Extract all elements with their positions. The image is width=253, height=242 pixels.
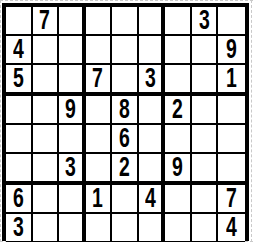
cell-r3c8[interactable] xyxy=(192,65,219,96)
cell-r7c4[interactable]: 1 xyxy=(86,185,113,214)
cell-r4c9[interactable] xyxy=(218,96,245,125)
cell-r5c6[interactable] xyxy=(139,125,166,154)
cell-r5c8[interactable] xyxy=(192,125,219,154)
cell-r4c4[interactable] xyxy=(86,96,113,125)
cell-r3c6[interactable]: 3 xyxy=(139,65,166,96)
cell-r8c9[interactable]: 4 xyxy=(218,214,245,242)
given-digit: 7 xyxy=(93,65,104,92)
cell-r6c6[interactable] xyxy=(139,154,166,185)
cell-r7c3[interactable] xyxy=(59,185,86,214)
cell-r6c5[interactable]: 2 xyxy=(112,154,139,185)
cell-r3c3[interactable] xyxy=(59,65,86,96)
cell-r2c8[interactable] xyxy=(192,36,219,65)
given-digit: 1 xyxy=(93,185,104,212)
cell-r4c1[interactable] xyxy=(6,96,33,125)
cell-r5c2[interactable] xyxy=(33,125,60,154)
cell-r3c9[interactable]: 1 xyxy=(218,65,245,96)
cell-r2c1[interactable]: 4 xyxy=(6,36,33,65)
cell-r2c3[interactable] xyxy=(59,36,86,65)
given-digit: 2 xyxy=(172,96,183,123)
cell-r8c8[interactable] xyxy=(192,214,219,242)
cell-r2c9[interactable]: 9 xyxy=(218,36,245,65)
cell-r8c7[interactable] xyxy=(165,214,192,242)
cell-r5c4[interactable] xyxy=(86,125,113,154)
cell-r1c7[interactable] xyxy=(165,7,192,36)
cell-r7c6[interactable]: 4 xyxy=(139,185,166,214)
given-digit: 8 xyxy=(119,96,130,123)
given-digit: 3 xyxy=(13,214,24,241)
cell-r1c3[interactable] xyxy=(59,7,86,36)
cell-r2c5[interactable] xyxy=(112,36,139,65)
cell-r1c5[interactable] xyxy=(112,7,139,36)
cell-r3c4[interactable]: 7 xyxy=(86,65,113,96)
cell-r7c8[interactable] xyxy=(192,185,219,214)
cell-r7c1[interactable]: 6 xyxy=(6,185,33,214)
cell-r7c9[interactable]: 7 xyxy=(218,185,245,214)
cell-r4c5[interactable]: 8 xyxy=(112,96,139,125)
sudoku-board: 73495731982632961473426 xyxy=(2,3,249,241)
cell-r7c5[interactable] xyxy=(112,185,139,214)
given-digit: 4 xyxy=(13,36,24,63)
cell-r8c2[interactable] xyxy=(33,214,60,242)
cell-r1c1[interactable] xyxy=(6,7,33,36)
cell-r1c2[interactable]: 7 xyxy=(33,7,60,36)
given-digit: 2 xyxy=(119,154,130,181)
cell-r3c1[interactable]: 5 xyxy=(6,65,33,96)
cell-r6c7[interactable]: 9 xyxy=(165,154,192,185)
given-digit: 7 xyxy=(39,7,50,34)
cell-r5c1[interactable] xyxy=(6,125,33,154)
cell-r2c7[interactable] xyxy=(165,36,192,65)
given-digit: 1 xyxy=(226,65,237,92)
cell-r8c4[interactable] xyxy=(86,214,113,242)
cell-r6c3[interactable]: 3 xyxy=(59,154,86,185)
page-gridline-top xyxy=(0,0,253,1)
cell-r5c3[interactable] xyxy=(59,125,86,154)
cell-r8c5[interactable] xyxy=(112,214,139,242)
given-digit: 3 xyxy=(65,154,76,181)
cell-r6c8[interactable] xyxy=(192,154,219,185)
cell-r7c2[interactable] xyxy=(33,185,60,214)
cell-r1c6[interactable] xyxy=(139,7,166,36)
cell-r5c7[interactable] xyxy=(165,125,192,154)
cell-r8c6[interactable] xyxy=(139,214,166,242)
given-digit: 9 xyxy=(65,96,76,123)
given-digit: 4 xyxy=(145,185,156,212)
cell-r2c6[interactable] xyxy=(139,36,166,65)
cell-r5c9[interactable] xyxy=(218,125,245,154)
cell-r3c2[interactable] xyxy=(33,65,60,96)
cell-r6c2[interactable] xyxy=(33,154,60,185)
cell-r5c5[interactable]: 6 xyxy=(112,125,139,154)
cell-r4c2[interactable] xyxy=(33,96,60,125)
cell-r3c7[interactable] xyxy=(165,65,192,96)
cell-r4c7[interactable]: 2 xyxy=(165,96,192,125)
sudoku-page: 73495731982632961473426 xyxy=(0,0,253,242)
cell-r6c1[interactable] xyxy=(6,154,33,185)
cell-r4c6[interactable] xyxy=(139,96,166,125)
given-digit: 4 xyxy=(226,214,237,241)
cell-r6c9[interactable] xyxy=(218,154,245,185)
given-digit: 7 xyxy=(226,185,237,212)
cell-r1c9[interactable] xyxy=(218,7,245,36)
given-digit: 3 xyxy=(145,65,156,92)
given-digit: 9 xyxy=(172,154,183,181)
cell-r7c7[interactable] xyxy=(165,185,192,214)
cell-r8c1[interactable]: 3 xyxy=(6,214,33,242)
given-digit: 5 xyxy=(13,65,24,92)
cell-r2c2[interactable] xyxy=(33,36,60,65)
cell-r1c8[interactable]: 3 xyxy=(192,7,219,36)
page-gridline-left xyxy=(0,0,1,242)
cell-r1c4[interactable] xyxy=(86,7,113,36)
cell-r6c4[interactable] xyxy=(86,154,113,185)
given-digit: 6 xyxy=(13,185,24,212)
cell-r2c4[interactable] xyxy=(86,36,113,65)
cell-r8c3[interactable] xyxy=(59,214,86,242)
cell-r3c5[interactable] xyxy=(112,65,139,96)
given-digit: 9 xyxy=(226,36,237,63)
cell-r4c8[interactable] xyxy=(192,96,219,125)
given-digit: 6 xyxy=(119,125,130,152)
given-digit: 3 xyxy=(199,7,210,34)
cell-r4c3[interactable]: 9 xyxy=(59,96,86,125)
page-gridline-right xyxy=(251,0,252,242)
